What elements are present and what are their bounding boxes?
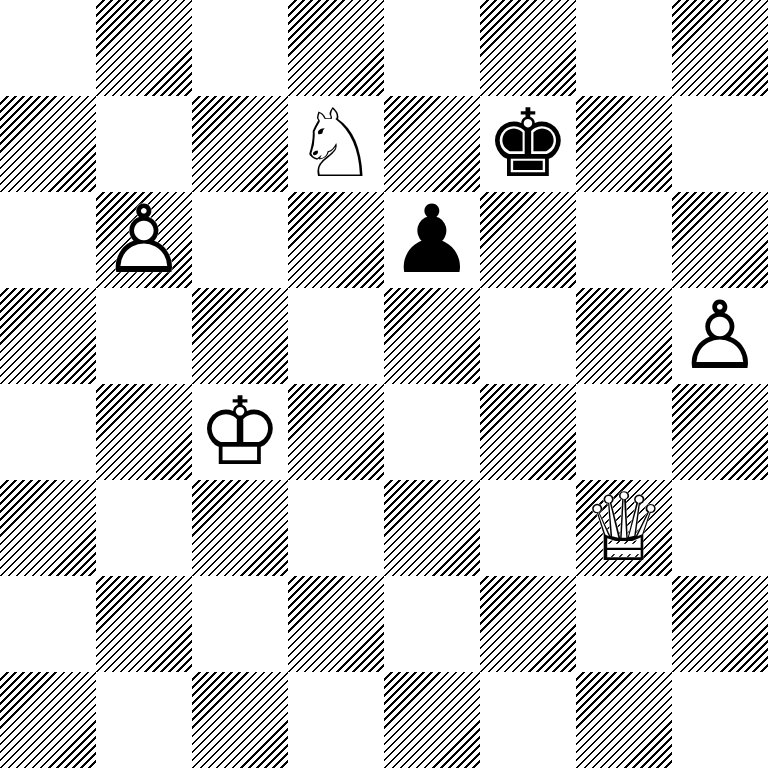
square-e7[interactable] bbox=[384, 96, 480, 192]
square-g7[interactable] bbox=[576, 96, 672, 192]
white-pawn[interactable]: ♙ bbox=[672, 288, 768, 384]
square-f1[interactable] bbox=[480, 672, 576, 768]
square-a2[interactable] bbox=[0, 576, 96, 672]
square-e3[interactable] bbox=[384, 480, 480, 576]
square-f3[interactable] bbox=[480, 480, 576, 576]
square-c5[interactable] bbox=[192, 288, 288, 384]
square-c3[interactable] bbox=[192, 480, 288, 576]
square-f6[interactable] bbox=[480, 192, 576, 288]
square-c2[interactable] bbox=[192, 576, 288, 672]
square-h4[interactable] bbox=[672, 384, 768, 480]
square-e1[interactable] bbox=[384, 672, 480, 768]
square-e6[interactable]: ♟ bbox=[384, 192, 480, 288]
square-e2[interactable] bbox=[384, 576, 480, 672]
square-f5[interactable] bbox=[480, 288, 576, 384]
square-h7[interactable] bbox=[672, 96, 768, 192]
square-b8[interactable] bbox=[96, 0, 192, 96]
chess-board: ♞♘♚♟♙♟♟♙♚♔♛♕ bbox=[0, 0, 768, 768]
square-b3[interactable] bbox=[96, 480, 192, 576]
square-d4[interactable] bbox=[288, 384, 384, 480]
square-g1[interactable] bbox=[576, 672, 672, 768]
square-g8[interactable] bbox=[576, 0, 672, 96]
square-c8[interactable] bbox=[192, 0, 288, 96]
square-d8[interactable] bbox=[288, 0, 384, 96]
square-c1[interactable] bbox=[192, 672, 288, 768]
square-d1[interactable] bbox=[288, 672, 384, 768]
square-c6[interactable] bbox=[192, 192, 288, 288]
square-h5[interactable]: ♟♙ bbox=[672, 288, 768, 384]
square-d3[interactable] bbox=[288, 480, 384, 576]
square-d2[interactable] bbox=[288, 576, 384, 672]
square-f8[interactable] bbox=[480, 0, 576, 96]
square-b4[interactable] bbox=[96, 384, 192, 480]
square-a8[interactable] bbox=[0, 0, 96, 96]
square-b2[interactable] bbox=[96, 576, 192, 672]
square-b6[interactable]: ♟♙ bbox=[96, 192, 192, 288]
square-g4[interactable] bbox=[576, 384, 672, 480]
square-h1[interactable] bbox=[672, 672, 768, 768]
square-e8[interactable] bbox=[384, 0, 480, 96]
square-h6[interactable] bbox=[672, 192, 768, 288]
square-g3[interactable]: ♛♕ bbox=[576, 480, 672, 576]
square-c7[interactable] bbox=[192, 96, 288, 192]
white-knight[interactable]: ♘ bbox=[288, 96, 384, 192]
square-h8[interactable] bbox=[672, 0, 768, 96]
square-g6[interactable] bbox=[576, 192, 672, 288]
square-b1[interactable] bbox=[96, 672, 192, 768]
square-a4[interactable] bbox=[0, 384, 96, 480]
white-king[interactable]: ♔ bbox=[192, 384, 288, 480]
white-queen[interactable]: ♕ bbox=[576, 480, 672, 576]
square-f2[interactable] bbox=[480, 576, 576, 672]
black-pawn[interactable]: ♟ bbox=[384, 192, 480, 288]
square-g2[interactable] bbox=[576, 576, 672, 672]
black-king[interactable]: ♚ bbox=[480, 96, 576, 192]
square-a7[interactable] bbox=[0, 96, 96, 192]
square-e4[interactable] bbox=[384, 384, 480, 480]
square-a5[interactable] bbox=[0, 288, 96, 384]
square-b7[interactable] bbox=[96, 96, 192, 192]
square-a3[interactable] bbox=[0, 480, 96, 576]
square-h3[interactable] bbox=[672, 480, 768, 576]
square-d6[interactable] bbox=[288, 192, 384, 288]
square-d5[interactable] bbox=[288, 288, 384, 384]
square-c4[interactable]: ♚♔ bbox=[192, 384, 288, 480]
square-h2[interactable] bbox=[672, 576, 768, 672]
square-e5[interactable] bbox=[384, 288, 480, 384]
white-pawn[interactable]: ♙ bbox=[96, 192, 192, 288]
square-d7[interactable]: ♞♘ bbox=[288, 96, 384, 192]
square-f7[interactable]: ♚ bbox=[480, 96, 576, 192]
square-f4[interactable] bbox=[480, 384, 576, 480]
square-a1[interactable] bbox=[0, 672, 96, 768]
square-g5[interactable] bbox=[576, 288, 672, 384]
square-a6[interactable] bbox=[0, 192, 96, 288]
square-b5[interactable] bbox=[96, 288, 192, 384]
